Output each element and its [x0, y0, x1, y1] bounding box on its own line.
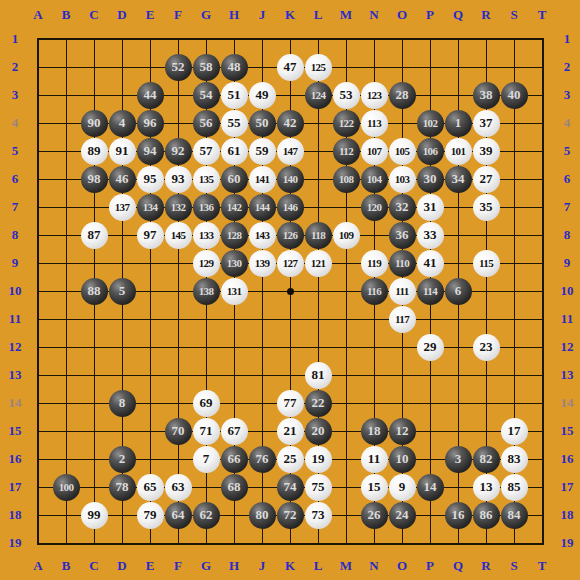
stone-F15: 70 — [165, 418, 192, 445]
col-label-top-R: R — [481, 7, 490, 23]
stone-F6: 93 — [165, 166, 192, 193]
stone-K8: 126 — [277, 222, 304, 249]
stone-R9: 115 — [473, 250, 500, 277]
stone-H2: 48 — [221, 54, 248, 81]
col-label-bottom-J: J — [259, 558, 266, 574]
stone-K14: 77 — [277, 390, 304, 417]
row-label-right-14: 14 — [561, 395, 574, 411]
col-label-top-L: L — [314, 7, 323, 23]
stone-K5: 147 — [277, 138, 304, 165]
row-label-left-6: 6 — [12, 171, 19, 187]
stone-D16: 2 — [109, 446, 136, 473]
stone-D5: 91 — [109, 138, 136, 165]
col-label-bottom-R: R — [481, 558, 490, 574]
col-label-top-T: T — [538, 7, 547, 23]
stone-O8: 36 — [389, 222, 416, 249]
stone-N16: 11 — [361, 446, 388, 473]
stone-N10: 116 — [361, 278, 388, 305]
stone-O17: 9 — [389, 474, 416, 501]
row-label-right-12: 12 — [561, 339, 574, 355]
row-label-right-3: 3 — [564, 87, 571, 103]
stone-F2: 52 — [165, 54, 192, 81]
stone-C6: 98 — [81, 166, 108, 193]
stone-H9: 130 — [221, 250, 248, 277]
col-label-top-N: N — [369, 7, 378, 23]
stone-D4: 4 — [109, 110, 136, 137]
stone-G7: 136 — [193, 194, 220, 221]
stone-O10: 111 — [389, 278, 416, 305]
stone-R4: 37 — [473, 110, 500, 137]
row-label-left-17: 17 — [9, 479, 22, 495]
stone-H15: 67 — [221, 418, 248, 445]
stone-H6: 60 — [221, 166, 248, 193]
stone-G2: 58 — [193, 54, 220, 81]
row-label-left-18: 18 — [9, 507, 22, 523]
stone-D14: 8 — [109, 390, 136, 417]
col-label-top-K: K — [285, 7, 295, 23]
stone-L17: 75 — [305, 474, 332, 501]
stone-C8: 87 — [81, 222, 108, 249]
stone-M8: 109 — [333, 222, 360, 249]
stone-E17: 65 — [137, 474, 164, 501]
stone-P10: 114 — [417, 278, 444, 305]
stone-D17: 78 — [109, 474, 136, 501]
row-label-left-10: 10 — [9, 283, 22, 299]
stone-K9: 127 — [277, 250, 304, 277]
stone-G16: 7 — [193, 446, 220, 473]
stone-Q10: 6 — [445, 278, 472, 305]
stone-F7: 132 — [165, 194, 192, 221]
stone-G3: 54 — [193, 82, 220, 109]
stone-O6: 103 — [389, 166, 416, 193]
stone-O18: 24 — [389, 502, 416, 529]
stone-K16: 25 — [277, 446, 304, 473]
stone-G9: 129 — [193, 250, 220, 277]
stone-M6: 108 — [333, 166, 360, 193]
stone-L9: 121 — [305, 250, 332, 277]
row-label-left-12: 12 — [9, 339, 22, 355]
row-label-left-19: 19 — [9, 535, 22, 551]
stone-R16: 82 — [473, 446, 500, 473]
row-label-right-15: 15 — [561, 423, 574, 439]
stone-K6: 140 — [277, 166, 304, 193]
stone-K15: 21 — [277, 418, 304, 445]
row-label-right-6: 6 — [564, 171, 571, 187]
row-label-left-3: 3 — [12, 87, 19, 103]
col-label-top-F: F — [174, 7, 182, 23]
stone-F5: 92 — [165, 138, 192, 165]
col-label-bottom-E: E — [146, 558, 155, 574]
stone-O3: 28 — [389, 82, 416, 109]
stone-J9: 139 — [249, 250, 276, 277]
stone-P8: 33 — [417, 222, 444, 249]
stone-Q4: 1 — [445, 110, 472, 137]
stone-R17: 13 — [473, 474, 500, 501]
stone-L18: 73 — [305, 502, 332, 529]
stone-F17: 63 — [165, 474, 192, 501]
stone-G5: 57 — [193, 138, 220, 165]
stone-F8: 145 — [165, 222, 192, 249]
stone-Q18: 16 — [445, 502, 472, 529]
row-label-left-5: 5 — [12, 143, 19, 159]
row-label-left-14: 14 — [9, 395, 22, 411]
row-label-right-1: 1 — [564, 31, 571, 47]
stone-O11: 117 — [389, 306, 416, 333]
stone-Q6: 34 — [445, 166, 472, 193]
stone-H4: 55 — [221, 110, 248, 137]
stone-C5: 89 — [81, 138, 108, 165]
star-point-K10 — [287, 288, 294, 295]
stone-O5: 105 — [389, 138, 416, 165]
stone-N5: 107 — [361, 138, 388, 165]
col-label-bottom-G: G — [201, 558, 211, 574]
row-label-right-5: 5 — [564, 143, 571, 159]
stone-K4: 42 — [277, 110, 304, 137]
stone-L3: 124 — [305, 82, 332, 109]
stone-N17: 15 — [361, 474, 388, 501]
stone-M5: 112 — [333, 138, 360, 165]
stone-K7: 146 — [277, 194, 304, 221]
row-label-left-7: 7 — [12, 199, 19, 215]
stone-F18: 64 — [165, 502, 192, 529]
stone-L13: 81 — [305, 362, 332, 389]
stone-E8: 97 — [137, 222, 164, 249]
row-label-right-19: 19 — [561, 535, 574, 551]
row-label-right-9: 9 — [564, 255, 571, 271]
row-label-right-18: 18 — [561, 507, 574, 523]
stone-K17: 74 — [277, 474, 304, 501]
col-label-top-E: E — [146, 7, 155, 23]
stone-K2: 47 — [277, 54, 304, 81]
col-label-top-M: M — [340, 7, 352, 23]
col-label-bottom-D: D — [117, 558, 126, 574]
col-label-bottom-K: K — [285, 558, 295, 574]
stone-J4: 50 — [249, 110, 276, 137]
stone-N4: 113 — [361, 110, 388, 137]
stone-M3: 53 — [333, 82, 360, 109]
stone-E3: 44 — [137, 82, 164, 109]
stone-P12: 29 — [417, 334, 444, 361]
stone-G15: 71 — [193, 418, 220, 445]
stone-H8: 128 — [221, 222, 248, 249]
col-label-bottom-B: B — [62, 558, 71, 574]
stone-G4: 56 — [193, 110, 220, 137]
col-label-top-S: S — [510, 7, 517, 23]
stone-S15: 17 — [501, 418, 528, 445]
stone-R12: 23 — [473, 334, 500, 361]
row-label-left-16: 16 — [9, 451, 22, 467]
stone-G8: 133 — [193, 222, 220, 249]
stone-P17: 14 — [417, 474, 444, 501]
stone-J7: 144 — [249, 194, 276, 221]
col-label-bottom-T: T — [538, 558, 547, 574]
stone-G14: 69 — [193, 390, 220, 417]
stone-J3: 49 — [249, 82, 276, 109]
stone-P6: 30 — [417, 166, 444, 193]
col-label-bottom-N: N — [369, 558, 378, 574]
row-label-right-16: 16 — [561, 451, 574, 467]
stone-L2: 125 — [305, 54, 332, 81]
row-label-left-15: 15 — [9, 423, 22, 439]
stone-L15: 20 — [305, 418, 332, 445]
row-label-left-9: 9 — [12, 255, 19, 271]
stone-N9: 119 — [361, 250, 388, 277]
stone-H10: 131 — [221, 278, 248, 305]
stone-P5: 106 — [417, 138, 444, 165]
stone-N7: 120 — [361, 194, 388, 221]
col-label-top-B: B — [62, 7, 71, 23]
col-label-bottom-F: F — [174, 558, 182, 574]
col-label-top-J: J — [259, 7, 266, 23]
col-label-top-Q: Q — [453, 7, 463, 23]
row-label-left-8: 8 — [12, 227, 19, 243]
stone-D10: 5 — [109, 278, 136, 305]
col-label-top-C: C — [89, 7, 98, 23]
stone-H16: 66 — [221, 446, 248, 473]
stone-E4: 96 — [137, 110, 164, 137]
stone-S16: 83 — [501, 446, 528, 473]
row-label-left-4: 4 — [12, 115, 19, 131]
col-label-top-H: H — [229, 7, 239, 23]
col-label-bottom-L: L — [314, 558, 323, 574]
stone-G18: 62 — [193, 502, 220, 529]
stone-J5: 59 — [249, 138, 276, 165]
stone-G6: 135 — [193, 166, 220, 193]
stone-G10: 138 — [193, 278, 220, 305]
row-label-right-13: 13 — [561, 367, 574, 383]
stone-D6: 46 — [109, 166, 136, 193]
stone-H17: 68 — [221, 474, 248, 501]
col-label-bottom-O: O — [397, 558, 407, 574]
stone-J6: 141 — [249, 166, 276, 193]
stone-O15: 12 — [389, 418, 416, 445]
col-label-top-P: P — [426, 7, 434, 23]
row-label-left-1: 1 — [12, 31, 19, 47]
stone-E5: 94 — [137, 138, 164, 165]
stone-R7: 35 — [473, 194, 500, 221]
go-board-diagram: AABBCCDDEEFFGGHHJJKKLLMMNNOOPPQQRRSSTT11… — [0, 0, 580, 580]
stone-J18: 80 — [249, 502, 276, 529]
stone-O7: 32 — [389, 194, 416, 221]
stone-E18: 79 — [137, 502, 164, 529]
row-label-left-2: 2 — [12, 59, 19, 75]
stone-E6: 95 — [137, 166, 164, 193]
stone-C10: 88 — [81, 278, 108, 305]
stone-P4: 102 — [417, 110, 444, 137]
stone-R6: 27 — [473, 166, 500, 193]
stone-C18: 99 — [81, 502, 108, 529]
col-label-top-G: G — [201, 7, 211, 23]
col-label-bottom-P: P — [426, 558, 434, 574]
stone-S3: 40 — [501, 82, 528, 109]
stone-N3: 123 — [361, 82, 388, 109]
col-label-bottom-M: M — [340, 558, 352, 574]
stone-R5: 39 — [473, 138, 500, 165]
stone-S18: 84 — [501, 502, 528, 529]
stone-Q5: 101 — [445, 138, 472, 165]
stone-L14: 22 — [305, 390, 332, 417]
stone-H7: 142 — [221, 194, 248, 221]
stone-N6: 104 — [361, 166, 388, 193]
col-label-top-A: A — [33, 7, 42, 23]
stone-R3: 38 — [473, 82, 500, 109]
stone-D7: 137 — [109, 194, 136, 221]
stone-K18: 72 — [277, 502, 304, 529]
row-label-right-8: 8 — [564, 227, 571, 243]
row-label-right-4: 4 — [564, 115, 571, 131]
stone-J16: 76 — [249, 446, 276, 473]
stone-H3: 51 — [221, 82, 248, 109]
stone-J8: 143 — [249, 222, 276, 249]
row-label-right-7: 7 — [564, 199, 571, 215]
stone-S17: 85 — [501, 474, 528, 501]
stone-P7: 31 — [417, 194, 444, 221]
col-label-bottom-C: C — [89, 558, 98, 574]
stone-L8: 118 — [305, 222, 332, 249]
stone-B17: 100 — [53, 474, 80, 501]
stone-N18: 26 — [361, 502, 388, 529]
row-label-right-10: 10 — [561, 283, 574, 299]
row-label-left-13: 13 — [9, 367, 22, 383]
row-label-right-2: 2 — [564, 59, 571, 75]
col-label-top-O: O — [397, 7, 407, 23]
row-label-right-11: 11 — [561, 311, 573, 327]
stone-H5: 61 — [221, 138, 248, 165]
row-label-left-11: 11 — [9, 311, 21, 327]
col-label-top-D: D — [117, 7, 126, 23]
stone-M4: 122 — [333, 110, 360, 137]
stone-O9: 110 — [389, 250, 416, 277]
col-label-bottom-Q: Q — [453, 558, 463, 574]
row-label-right-17: 17 — [561, 479, 574, 495]
stone-N15: 18 — [361, 418, 388, 445]
col-label-bottom-S: S — [510, 558, 517, 574]
stone-C4: 90 — [81, 110, 108, 137]
stone-Q16: 3 — [445, 446, 472, 473]
stone-O16: 10 — [389, 446, 416, 473]
stone-P9: 41 — [417, 250, 444, 277]
stone-L16: 19 — [305, 446, 332, 473]
col-label-bottom-H: H — [229, 558, 239, 574]
stone-R18: 86 — [473, 502, 500, 529]
stone-E7: 134 — [137, 194, 164, 221]
col-label-bottom-A: A — [33, 558, 42, 574]
